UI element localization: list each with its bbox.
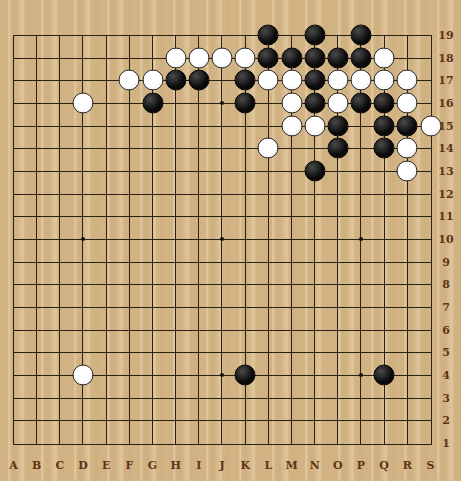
row-label-7: 7 [433,301,459,314]
board-cell [37,36,60,59]
row-label-6: 6 [433,323,459,336]
board-cell [269,195,292,218]
row-label-13: 13 [433,165,459,178]
board-cell [315,217,338,240]
board-cell [361,285,384,308]
board-cell [153,195,176,218]
board-cell [361,308,384,331]
stone-white-Q17 [374,70,395,91]
stone-white-G17 [142,70,163,91]
board-cell [107,263,130,286]
board-cell [153,421,176,444]
board-cell [107,331,130,354]
board-cell [60,308,83,331]
board-cell [222,195,245,218]
board-cell [338,263,361,286]
stone-white-I18 [188,47,209,68]
board-cell [14,376,37,399]
board-cell [83,399,106,422]
board-cell [246,285,269,308]
board-cell [83,127,106,150]
board-cell [246,240,269,263]
board-cell [60,399,83,422]
board-cell [408,285,431,308]
board-cell [338,331,361,354]
board-cell [361,172,384,195]
board-cell [176,353,199,376]
board-cell [83,217,106,240]
board-cell [222,399,245,422]
board-cell [315,240,338,263]
board-cell [199,399,222,422]
board-cell [292,308,315,331]
board-cell [269,308,292,331]
board-cell [14,104,37,127]
stone-black-H17 [165,70,186,91]
stone-black-Q14 [374,138,395,159]
stone-white-O16 [327,93,348,114]
board-cell [60,59,83,82]
stone-white-J18 [212,47,233,68]
stone-white-M17 [281,70,302,91]
stone-white-R14 [397,138,418,159]
board-cell [37,263,60,286]
board-cell [153,399,176,422]
board-cell [408,376,431,399]
board-cell [107,36,130,59]
board-cell [338,353,361,376]
star-point-J4 [220,373,224,377]
stone-black-O15 [327,115,348,136]
board-cell [130,376,153,399]
board-cell [199,172,222,195]
board-cell [130,127,153,150]
board-cell [130,331,153,354]
board-cell [176,149,199,172]
board-cell [176,308,199,331]
board-cell [60,263,83,286]
board-cell [408,195,431,218]
board-cell [83,285,106,308]
board-cell [107,195,130,218]
board-cell [83,172,106,195]
board-cell [153,217,176,240]
board-cell [315,399,338,422]
stone-white-K18 [235,47,256,68]
board-cell [60,172,83,195]
row-label-3: 3 [433,391,459,404]
board-cell [408,36,431,59]
column-label-Q: Q [379,459,389,472]
stone-white-F17 [119,70,140,91]
board-cell [292,263,315,286]
board-cell [199,104,222,127]
column-label-G: G [148,459,157,472]
board-cell [130,399,153,422]
board-cell [83,308,106,331]
column-label-P: P [357,459,365,472]
board-cell [361,263,384,286]
board-cell [408,399,431,422]
column-label-L: L [264,459,272,472]
board-cell [37,421,60,444]
board-cell [385,331,408,354]
board-cell [199,127,222,150]
stone-white-P17 [351,70,372,91]
row-label-14: 14 [433,142,459,155]
board-cell [130,308,153,331]
board-cell [60,149,83,172]
board-cell [338,308,361,331]
board-cell [176,376,199,399]
board-cell [107,399,130,422]
board-cell [222,285,245,308]
board-cell [385,308,408,331]
column-label-A: A [9,459,18,472]
stone-black-N18 [304,47,325,68]
board-cell [14,399,37,422]
board-cell [14,217,37,240]
board-cell [315,285,338,308]
board-cell [246,263,269,286]
stone-white-R13 [397,161,418,182]
board-cell [315,308,338,331]
stone-black-Q4 [374,365,395,386]
board-cell [153,353,176,376]
board-cell [14,127,37,150]
board-cell [222,240,245,263]
stone-white-M16 [281,93,302,114]
board-cell [14,308,37,331]
board-cell [153,263,176,286]
board-cell [130,172,153,195]
board-cell [37,285,60,308]
row-label-2: 2 [433,414,459,427]
board-cell [107,376,130,399]
board-cell [60,331,83,354]
column-label-C: C [55,459,64,472]
board-cell [199,263,222,286]
board-cell [153,308,176,331]
board-cell [385,421,408,444]
board-cell [315,195,338,218]
stone-white-Q18 [374,47,395,68]
row-label-17: 17 [433,74,459,87]
board-cell [14,331,37,354]
board-cell [130,240,153,263]
column-label-H: H [170,459,180,472]
star-point-J16 [220,101,224,105]
column-label-J: J [219,459,224,472]
board-cell [385,217,408,240]
stone-white-D16 [73,93,94,114]
board-cell [269,399,292,422]
stone-black-I17 [188,70,209,91]
board-cell [222,127,245,150]
column-label-S: S [427,459,435,472]
board-cell [153,172,176,195]
board-cell [14,240,37,263]
row-label-5: 5 [433,346,459,359]
board-cell [408,308,431,331]
board-cell [107,127,130,150]
row-label-18: 18 [433,51,459,64]
board-cell [408,240,431,263]
board-cell [361,331,384,354]
board-cell [60,127,83,150]
board-cell [338,376,361,399]
board-cell [60,240,83,263]
column-label-E: E [102,459,110,472]
board-cell [315,331,338,354]
row-label-15: 15 [433,119,459,132]
board-cell [315,263,338,286]
stone-black-O18 [327,47,348,68]
row-label-11: 11 [433,210,459,223]
row-label-12: 12 [433,187,459,200]
board-cell [60,36,83,59]
board-cell [199,353,222,376]
board-cell [83,240,106,263]
board-cell [176,172,199,195]
board-cell [14,353,37,376]
row-label-8: 8 [433,278,459,291]
board-cell [130,217,153,240]
board-cell [338,421,361,444]
board-cell [246,331,269,354]
board-cell [385,285,408,308]
stone-black-O14 [327,138,348,159]
stone-white-M15 [281,115,302,136]
board-cell [176,104,199,127]
board-cell [269,376,292,399]
board-cell [176,331,199,354]
board-cell [37,217,60,240]
board-cell [130,195,153,218]
board-cell [338,195,361,218]
row-label-19: 19 [433,29,459,42]
board-cell [107,240,130,263]
column-label-O: O [333,459,343,472]
board-cell [14,263,37,286]
board-cell [408,331,431,354]
board-cell [315,353,338,376]
board-cell [37,240,60,263]
board-cell [37,172,60,195]
board-cell [199,331,222,354]
board-cell [107,104,130,127]
board-cell [292,195,315,218]
stone-white-L14 [258,138,279,159]
board-cell [385,240,408,263]
board-cell [315,421,338,444]
board-cell [153,240,176,263]
column-label-K: K [240,459,250,472]
stone-black-K17 [235,70,256,91]
board-cell [338,172,361,195]
board-cell [361,421,384,444]
board-cell [37,149,60,172]
board-cell [338,285,361,308]
star-point-J10 [220,237,224,241]
board-cell [269,353,292,376]
stone-black-G16 [142,93,163,114]
stone-white-R17 [397,70,418,91]
board-cell [14,285,37,308]
board-cell [37,399,60,422]
board-cell [199,195,222,218]
board-cell [199,217,222,240]
board-cell [14,172,37,195]
board-cell [361,240,384,263]
stone-black-K4 [235,365,256,386]
board-cell [107,308,130,331]
board-cell [153,376,176,399]
board-cell [83,421,106,444]
board-cell [130,263,153,286]
board-cell [37,127,60,150]
stone-black-K16 [235,93,256,114]
board-cell [60,195,83,218]
board-cell [222,217,245,240]
column-label-D: D [78,459,88,472]
board-cell [83,263,106,286]
stone-white-O17 [327,70,348,91]
board-cell [222,172,245,195]
board-cell [222,331,245,354]
board-cell [246,308,269,331]
row-label-10: 10 [433,233,459,246]
board-cell [338,217,361,240]
board-cell [292,421,315,444]
star-point-P4 [359,373,363,377]
stone-white-L17 [258,70,279,91]
board-cell [222,263,245,286]
board-cell [246,195,269,218]
board-cell [130,421,153,444]
stone-black-R15 [397,115,418,136]
row-label-1: 1 [433,437,459,450]
board-cell [292,285,315,308]
board-cell [292,399,315,422]
board-cell [269,172,292,195]
board-cell [385,263,408,286]
board-cell [408,217,431,240]
board-cell [199,149,222,172]
stone-black-Q15 [374,115,395,136]
stone-black-P16 [351,93,372,114]
board-cell [269,421,292,444]
board-cell [107,353,130,376]
go-board[interactable]: ABCDEFGHIJKLMNOPQRS191817161514131211109… [0,0,461,481]
board-cell [385,399,408,422]
board-cell [153,331,176,354]
board-cell [83,149,106,172]
board-cell [130,36,153,59]
stone-black-L18 [258,47,279,68]
board-cell [176,127,199,150]
board-cell [408,353,431,376]
stone-black-P19 [351,25,372,46]
board-cell [292,240,315,263]
board-cell [83,195,106,218]
board-cell [269,240,292,263]
stone-black-P18 [351,47,372,68]
board-cell [14,421,37,444]
board-cell [246,217,269,240]
board-cell [222,421,245,444]
board-cell [222,149,245,172]
board-cell [199,285,222,308]
board-cell [292,376,315,399]
board-cell [37,376,60,399]
board-cell [153,285,176,308]
board-cell [14,59,37,82]
board-cell [176,217,199,240]
row-label-16: 16 [433,97,459,110]
board-cell [60,421,83,444]
board-cell [107,172,130,195]
board-cell [130,353,153,376]
board-cell [37,104,60,127]
board-cell [361,217,384,240]
board-cell [60,285,83,308]
board-cell [176,421,199,444]
board-cell [60,217,83,240]
board-cell [269,331,292,354]
stone-white-R16 [397,93,418,114]
board-cell [107,217,130,240]
board-cell [361,195,384,218]
stone-black-N17 [304,70,325,91]
stone-black-L19 [258,25,279,46]
column-label-N: N [310,459,320,472]
board-cell [292,331,315,354]
board-cell [246,172,269,195]
stone-black-M18 [281,47,302,68]
stone-white-H18 [165,47,186,68]
board-cell [153,127,176,150]
board-cell [107,149,130,172]
board-cell [130,285,153,308]
board-cell [222,308,245,331]
column-label-R: R [403,459,412,472]
board-cell [37,81,60,104]
board-cell [246,399,269,422]
board-cell [130,149,153,172]
stone-black-N13 [304,161,325,182]
board-cell [199,308,222,331]
board-cell [269,263,292,286]
board-cell [292,217,315,240]
board-cell [83,36,106,59]
row-label-9: 9 [433,255,459,268]
board-cell [199,421,222,444]
column-label-F: F [125,459,133,472]
board-cell [14,81,37,104]
column-label-B: B [32,459,41,472]
stone-black-N19 [304,25,325,46]
board-cell [338,399,361,422]
board-cell [385,195,408,218]
board-cell [37,331,60,354]
board-cell [176,399,199,422]
board-cell [153,149,176,172]
board-cell [14,36,37,59]
star-point-P10 [359,237,363,241]
column-label-I: I [196,459,201,472]
board-cell [199,240,222,263]
